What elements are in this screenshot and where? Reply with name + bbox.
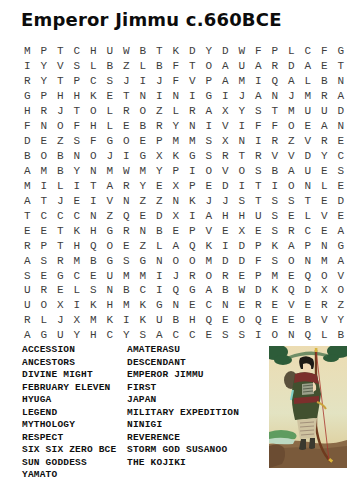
grid-cell-r8c3[interactable]: B — [52, 149, 69, 164]
grid-cell-r7c8[interactable]: E — [135, 134, 152, 149]
grid-cell-r1c19[interactable]: F — [316, 44, 333, 59]
grid-cell-r12c15[interactable]: U — [250, 208, 267, 223]
grid-cell-r13c13[interactable]: E — [217, 223, 234, 238]
grid-cell-r11c6[interactable]: V — [102, 193, 119, 208]
grid-cell-r9c19[interactable]: E — [316, 164, 333, 179]
grid-cell-r6c5[interactable]: H — [85, 119, 102, 134]
grid-cell-r12c17[interactable]: E — [283, 208, 300, 223]
grid-cell-r2c18[interactable]: A — [300, 59, 317, 74]
grid-cell-r4c14[interactable]: J — [234, 89, 251, 104]
grid-cell-r3c11[interactable]: V — [184, 74, 201, 89]
grid-cell-r5c12[interactable]: A — [201, 104, 218, 119]
grid-cell-r17c5[interactable]: S — [85, 283, 102, 298]
grid-cell-r4c19[interactable]: R — [316, 89, 333, 104]
grid-cell-r19c5[interactable]: M — [85, 313, 102, 328]
grid-cell-r4c1[interactable]: G — [19, 89, 36, 104]
grid-cell-r15c5[interactable]: B — [85, 253, 102, 268]
grid-cell-r14c17[interactable]: A — [283, 238, 300, 253]
grid-cell-r5c3[interactable]: J — [52, 104, 69, 119]
grid-cell-r20c16[interactable]: O — [267, 328, 284, 343]
grid-cell-r5c18[interactable]: U — [300, 104, 317, 119]
grid-cell-r18c19[interactable]: R — [316, 298, 333, 313]
grid-cell-r15c1[interactable]: A — [19, 253, 36, 268]
grid-cell-r7c6[interactable]: G — [102, 134, 119, 149]
grid-cell-r10c15[interactable]: T — [250, 178, 267, 193]
grid-cell-r3c1[interactable]: R — [19, 74, 36, 89]
grid-cell-r9c17[interactable]: A — [283, 164, 300, 179]
grid-cell-r14c15[interactable]: P — [250, 238, 267, 253]
grid-cell-r14c2[interactable]: P — [36, 238, 53, 253]
grid-cell-r3c6[interactable]: S — [102, 74, 119, 89]
grid-cell-r3c20[interactable]: N — [333, 74, 350, 89]
grid-cell-r20c9[interactable]: A — [151, 328, 168, 343]
grid-cell-r18c15[interactable]: R — [250, 298, 267, 313]
grid-cell-r11c5[interactable]: I — [85, 193, 102, 208]
grid-cell-r15c19[interactable]: M — [316, 253, 333, 268]
grid-cell-r5c16[interactable]: T — [267, 104, 284, 119]
grid-cell-r16c1[interactable]: S — [19, 268, 36, 283]
grid-cell-r8c17[interactable]: V — [283, 149, 300, 164]
grid-cell-r3c19[interactable]: B — [316, 74, 333, 89]
grid-cell-r4c13[interactable]: I — [217, 89, 234, 104]
grid-cell-r13c7[interactable]: R — [118, 223, 135, 238]
grid-cell-r13c15[interactable]: E — [250, 223, 267, 238]
grid-cell-r1c20[interactable]: G — [333, 44, 350, 59]
grid-cell-r4c5[interactable]: K — [85, 89, 102, 104]
grid-cell-r6c8[interactable]: B — [135, 119, 152, 134]
grid-cell-r9c16[interactable]: B — [267, 164, 284, 179]
grid-cell-r5c10[interactable]: L — [168, 104, 185, 119]
grid-cell-r3c12[interactable]: P — [201, 74, 218, 89]
grid-cell-r2c3[interactable]: V — [52, 59, 69, 74]
grid-cell-r14c18[interactable]: P — [300, 238, 317, 253]
grid-cell-r8c5[interactable]: O — [85, 149, 102, 164]
grid-cell-r3c5[interactable]: C — [85, 74, 102, 89]
grid-cell-r6c7[interactable]: E — [118, 119, 135, 134]
grid-cell-r13c10[interactable]: E — [168, 223, 185, 238]
grid-cell-r8c7[interactable]: I — [118, 149, 135, 164]
grid-cell-r5c8[interactable]: O — [135, 104, 152, 119]
grid-cell-r16c11[interactable]: R — [184, 268, 201, 283]
grid-cell-r12c13[interactable]: H — [217, 208, 234, 223]
grid-cell-r3c14[interactable]: M — [234, 74, 251, 89]
grid-cell-r2c5[interactable]: L — [85, 59, 102, 74]
grid-cell-r16c19[interactable]: O — [316, 268, 333, 283]
grid-cell-r13c5[interactable]: H — [85, 223, 102, 238]
grid-cell-r12c6[interactable]: Z — [102, 208, 119, 223]
grid-cell-r20c8[interactable]: S — [135, 328, 152, 343]
grid-cell-r19c1[interactable]: R — [19, 313, 36, 328]
grid-cell-r16c10[interactable]: J — [168, 268, 185, 283]
grid-cell-r19c15[interactable]: Q — [250, 313, 267, 328]
grid-cell-r11c2[interactable]: T — [36, 193, 53, 208]
grid-cell-r16c17[interactable]: E — [283, 268, 300, 283]
grid-cell-r11c12[interactable]: J — [201, 193, 218, 208]
grid-cell-r18c2[interactable]: O — [36, 298, 53, 313]
grid-cell-r16c6[interactable]: U — [102, 268, 119, 283]
grid-cell-r6c18[interactable]: E — [300, 119, 317, 134]
grid-cell-r17c8[interactable]: C — [135, 283, 152, 298]
grid-cell-r5c15[interactable]: S — [250, 104, 267, 119]
grid-cell-r6c1[interactable]: F — [19, 119, 36, 134]
grid-cell-r17c9[interactable]: I — [151, 283, 168, 298]
grid-cell-r17c3[interactable]: E — [52, 283, 69, 298]
grid-cell-r9c10[interactable]: P — [168, 164, 185, 179]
grid-cell-r3c8[interactable]: I — [135, 74, 152, 89]
grid-cell-r7c16[interactable]: R — [267, 134, 284, 149]
grid-cell-r9c7[interactable]: W — [118, 164, 135, 179]
grid-cell-r17c19[interactable]: X — [316, 283, 333, 298]
grid-cell-r20c14[interactable]: S — [234, 328, 251, 343]
grid-cell-r17c16[interactable]: K — [267, 283, 284, 298]
grid-cell-r8c12[interactable]: S — [201, 149, 218, 164]
grid-cell-r12c4[interactable]: C — [69, 208, 86, 223]
grid-cell-r1c7[interactable]: W — [118, 44, 135, 59]
grid-cell-r18c11[interactable]: E — [184, 298, 201, 313]
grid-cell-r16c14[interactable]: E — [234, 268, 251, 283]
grid-cell-r12c16[interactable]: S — [267, 208, 284, 223]
grid-cell-r16c12[interactable]: O — [201, 268, 218, 283]
grid-cell-r6c13[interactable]: V — [217, 119, 234, 134]
grid-cell-r19c8[interactable]: K — [135, 313, 152, 328]
grid-cell-r4c6[interactable]: E — [102, 89, 119, 104]
grid-cell-r17c15[interactable]: D — [250, 283, 267, 298]
grid-cell-r19c9[interactable]: U — [151, 313, 168, 328]
grid-cell-r5c13[interactable]: X — [217, 104, 234, 119]
grid-cell-r8c16[interactable]: V — [267, 149, 284, 164]
grid-cell-r15c17[interactable]: O — [283, 253, 300, 268]
grid-cell-r17c17[interactable]: Q — [283, 283, 300, 298]
grid-cell-r7c20[interactable]: E — [333, 134, 350, 149]
grid-cell-r6c11[interactable]: N — [184, 119, 201, 134]
grid-cell-r6c4[interactable]: F — [69, 119, 86, 134]
grid-cell-r10c1[interactable]: M — [19, 178, 36, 193]
grid-cell-r5c11[interactable]: R — [184, 104, 201, 119]
grid-cell-r14c19[interactable]: N — [316, 238, 333, 253]
grid-cell-r16c7[interactable]: M — [118, 268, 135, 283]
grid-cell-r8c6[interactable]: J — [102, 149, 119, 164]
grid-cell-r9c13[interactable]: V — [217, 164, 234, 179]
grid-cell-r2c14[interactable]: U — [234, 59, 251, 74]
grid-cell-r9c2[interactable]: M — [36, 164, 53, 179]
grid-cell-r20c18[interactable]: Q — [300, 328, 317, 343]
grid-cell-r18c5[interactable]: K — [85, 298, 102, 313]
grid-cell-r1c17[interactable]: L — [283, 44, 300, 59]
grid-cell-r15c10[interactable]: O — [168, 253, 185, 268]
grid-cell-r12c3[interactable]: C — [52, 208, 69, 223]
grid-cell-r19c16[interactable]: E — [267, 313, 284, 328]
grid-cell-r17c10[interactable]: Q — [168, 283, 185, 298]
grid-cell-r15c6[interactable]: G — [102, 253, 119, 268]
grid-cell-r14c4[interactable]: H — [69, 238, 86, 253]
grid-cell-r11c7[interactable]: N — [118, 193, 135, 208]
grid-cell-r2c7[interactable]: Z — [118, 59, 135, 74]
grid-cell-r12c20[interactable]: E — [333, 208, 350, 223]
grid-cell-r20c13[interactable]: S — [217, 328, 234, 343]
grid-cell-r3c2[interactable]: Y — [36, 74, 53, 89]
grid-cell-r13c3[interactable]: T — [52, 223, 69, 238]
grid-cell-r13c17[interactable]: R — [283, 223, 300, 238]
grid-cell-r13c14[interactable]: X — [234, 223, 251, 238]
grid-cell-r16c3[interactable]: G — [52, 268, 69, 283]
grid-cell-r12c2[interactable]: C — [36, 208, 53, 223]
grid-cell-r15c11[interactable]: O — [184, 253, 201, 268]
grid-cell-r16c16[interactable]: M — [267, 268, 284, 283]
grid-cell-r9c20[interactable]: S — [333, 164, 350, 179]
grid-cell-r11c13[interactable]: J — [217, 193, 234, 208]
grid-cell-r9c12[interactable]: O — [201, 164, 218, 179]
grid-cell-r9c14[interactable]: O — [234, 164, 251, 179]
grid-cell-r13c4[interactable]: K — [69, 223, 86, 238]
grid-cell-r14c9[interactable]: L — [151, 238, 168, 253]
grid-cell-r3c18[interactable]: L — [300, 74, 317, 89]
grid-cell-r16c5[interactable]: E — [85, 268, 102, 283]
grid-cell-r5c4[interactable]: T — [69, 104, 86, 119]
grid-cell-r19c14[interactable]: O — [234, 313, 251, 328]
grid-cell-r8c2[interactable]: O — [36, 149, 53, 164]
grid-cell-r1c16[interactable]: P — [267, 44, 284, 59]
grid-cell-r16c20[interactable]: V — [333, 268, 350, 283]
grid-cell-r3c7[interactable]: J — [118, 74, 135, 89]
grid-cell-r5c20[interactable]: D — [333, 104, 350, 119]
grid-cell-r1c9[interactable]: T — [151, 44, 168, 59]
grid-cell-r6c14[interactable]: I — [234, 119, 251, 134]
grid-cell-r9c6[interactable]: M — [102, 164, 119, 179]
grid-cell-r19c12[interactable]: Q — [201, 313, 218, 328]
grid-cell-r20c7[interactable]: Y — [118, 328, 135, 343]
grid-cell-r6c15[interactable]: F — [250, 119, 267, 134]
grid-cell-r11c16[interactable]: S — [267, 193, 284, 208]
grid-cell-r8c14[interactable]: T — [234, 149, 251, 164]
grid-cell-r2c6[interactable]: B — [102, 59, 119, 74]
grid-cell-r4c3[interactable]: H — [52, 89, 69, 104]
grid-cell-r12c11[interactable]: I — [184, 208, 201, 223]
grid-cell-r15c8[interactable]: G — [135, 253, 152, 268]
grid-cell-r6c3[interactable]: O — [52, 119, 69, 134]
grid-cell-r7c3[interactable]: Z — [52, 134, 69, 149]
grid-cell-r15c7[interactable]: S — [118, 253, 135, 268]
grid-cell-r10c19[interactable]: L — [316, 178, 333, 193]
grid-cell-r10c14[interactable]: I — [234, 178, 251, 193]
grid-cell-r13c11[interactable]: P — [184, 223, 201, 238]
grid-cell-r3c17[interactable]: A — [283, 74, 300, 89]
grid-cell-r1c14[interactable]: W — [234, 44, 251, 59]
grid-cell-r11c4[interactable]: E — [69, 193, 86, 208]
grid-cell-r12c1[interactable]: T — [19, 208, 36, 223]
grid-cell-r10c20[interactable]: E — [333, 178, 350, 193]
grid-cell-r11c10[interactable]: N — [168, 193, 185, 208]
grid-cell-r3c10[interactable]: F — [168, 74, 185, 89]
grid-cell-r18c12[interactable]: C — [201, 298, 218, 313]
grid-cell-r12c14[interactable]: H — [234, 208, 251, 223]
grid-cell-r3c13[interactable]: A — [217, 74, 234, 89]
grid-cell-r11c9[interactable]: Z — [151, 193, 168, 208]
grid-cell-r15c9[interactable]: N — [151, 253, 168, 268]
grid-cell-r7c17[interactable]: Z — [283, 134, 300, 149]
grid-cell-r16c2[interactable]: E — [36, 268, 53, 283]
grid-cell-r12c5[interactable]: N — [85, 208, 102, 223]
grid-cell-r20c10[interactable]: C — [168, 328, 185, 343]
grid-cell-r1c13[interactable]: D — [217, 44, 234, 59]
grid-cell-r4c4[interactable]: H — [69, 89, 86, 104]
grid-cell-r6c6[interactable]: L — [102, 119, 119, 134]
grid-cell-r15c15[interactable]: F — [250, 253, 267, 268]
grid-cell-r11c19[interactable]: E — [316, 193, 333, 208]
grid-cell-r4c7[interactable]: T — [118, 89, 135, 104]
grid-cell-r16c15[interactable]: P — [250, 268, 267, 283]
grid-cell-r2c8[interactable]: L — [135, 59, 152, 74]
grid-cell-r7c5[interactable]: F — [85, 134, 102, 149]
grid-cell-r7c2[interactable]: E — [36, 134, 53, 149]
grid-cell-r17c7[interactable]: B — [118, 283, 135, 298]
grid-cell-r2c11[interactable]: T — [184, 59, 201, 74]
grid-cell-r20c11[interactable]: C — [184, 328, 201, 343]
grid-cell-r18c20[interactable]: Z — [333, 298, 350, 313]
grid-cell-r6c19[interactable]: A — [316, 119, 333, 134]
grid-cell-r18c9[interactable]: G — [151, 298, 168, 313]
grid-cell-r13c2[interactable]: E — [36, 223, 53, 238]
grid-cell-r19c13[interactable]: E — [217, 313, 234, 328]
grid-cell-r16c8[interactable]: M — [135, 268, 152, 283]
grid-cell-r6c2[interactable]: N — [36, 119, 53, 134]
grid-cell-r19c10[interactable]: B — [168, 313, 185, 328]
grid-cell-r9c11[interactable]: I — [184, 164, 201, 179]
grid-cell-r7c7[interactable]: O — [118, 134, 135, 149]
grid-cell-r4c20[interactable]: A — [333, 89, 350, 104]
grid-cell-r12c10[interactable]: X — [168, 208, 185, 223]
grid-cell-r19c3[interactable]: J — [52, 313, 69, 328]
grid-cell-r1c5[interactable]: H — [85, 44, 102, 59]
grid-cell-r15c18[interactable]: N — [300, 253, 317, 268]
grid-cell-r2c12[interactable]: O — [201, 59, 218, 74]
grid-cell-r15c14[interactable]: D — [234, 253, 251, 268]
grid-cell-r4c17[interactable]: J — [283, 89, 300, 104]
grid-cell-r5c7[interactable]: R — [118, 104, 135, 119]
grid-cell-r3c4[interactable]: P — [69, 74, 86, 89]
grid-cell-r19c17[interactable]: E — [283, 313, 300, 328]
grid-cell-r17c14[interactable]: W — [234, 283, 251, 298]
grid-cell-r8c10[interactable]: K — [168, 149, 185, 164]
grid-cell-r15c13[interactable]: D — [217, 253, 234, 268]
grid-cell-r6c10[interactable]: Y — [168, 119, 185, 134]
grid-cell-r14c7[interactable]: E — [118, 238, 135, 253]
grid-cell-r10c17[interactable]: O — [283, 178, 300, 193]
grid-cell-r17c4[interactable]: L — [69, 283, 86, 298]
grid-cell-r4c9[interactable]: I — [151, 89, 168, 104]
grid-cell-r2c20[interactable]: T — [333, 59, 350, 74]
grid-cell-r14c1[interactable]: R — [19, 238, 36, 253]
grid-cell-r11c11[interactable]: K — [184, 193, 201, 208]
grid-cell-r15c20[interactable]: A — [333, 253, 350, 268]
grid-cell-r10c3[interactable]: L — [52, 178, 69, 193]
grid-cell-r20c12[interactable]: E — [201, 328, 218, 343]
grid-cell-r20c6[interactable]: C — [102, 328, 119, 343]
grid-cell-r17c6[interactable]: N — [102, 283, 119, 298]
grid-cell-r10c10[interactable]: X — [168, 178, 185, 193]
grid-cell-r6c12[interactable]: I — [201, 119, 218, 134]
grid-cell-r10c18[interactable]: N — [300, 178, 317, 193]
grid-cell-r14c6[interactable]: O — [102, 238, 119, 253]
grid-cell-r16c13[interactable]: R — [217, 268, 234, 283]
grid-cell-r1c3[interactable]: T — [52, 44, 69, 59]
grid-cell-r7c19[interactable]: R — [316, 134, 333, 149]
grid-cell-r11c8[interactable]: Z — [135, 193, 152, 208]
grid-cell-r4c18[interactable]: M — [300, 89, 317, 104]
grid-cell-r19c18[interactable]: B — [300, 313, 317, 328]
grid-cell-r20c1[interactable]: A — [19, 328, 36, 343]
grid-cell-r3c9[interactable]: J — [151, 74, 168, 89]
grid-cell-r9c15[interactable]: S — [250, 164, 267, 179]
grid-cell-r10c7[interactable]: R — [118, 178, 135, 193]
grid-cell-r10c5[interactable]: T — [85, 178, 102, 193]
grid-cell-r13c9[interactable]: B — [151, 223, 168, 238]
grid-cell-r12c7[interactable]: Q — [118, 208, 135, 223]
grid-cell-r10c16[interactable]: I — [267, 178, 284, 193]
grid-cell-r5c2[interactable]: R — [36, 104, 53, 119]
grid-cell-r1c11[interactable]: D — [184, 44, 201, 59]
grid-cell-r13c8[interactable]: N — [135, 223, 152, 238]
grid-cell-r17c11[interactable]: G — [184, 283, 201, 298]
grid-cell-r7c12[interactable]: S — [201, 134, 218, 149]
grid-cell-r2c16[interactable]: R — [267, 59, 284, 74]
grid-cell-r7c15[interactable]: I — [250, 134, 267, 149]
grid-cell-r19c4[interactable]: X — [69, 313, 86, 328]
grid-cell-r13c12[interactable]: V — [201, 223, 218, 238]
grid-cell-r6c9[interactable]: R — [151, 119, 168, 134]
grid-cell-r14c5[interactable]: Q — [85, 238, 102, 253]
grid-cell-r3c16[interactable]: Q — [267, 74, 284, 89]
grid-cell-r1c10[interactable]: K — [168, 44, 185, 59]
grid-cell-r20c3[interactable]: U — [52, 328, 69, 343]
grid-cell-r12c19[interactable]: V — [316, 208, 333, 223]
grid-cell-r4c11[interactable]: I — [184, 89, 201, 104]
grid-cell-r7c9[interactable]: P — [151, 134, 168, 149]
grid-cell-r13c18[interactable]: C — [300, 223, 317, 238]
grid-cell-r15c2[interactable]: S — [36, 253, 53, 268]
grid-cell-r3c3[interactable]: T — [52, 74, 69, 89]
grid-cell-r18c14[interactable]: E — [234, 298, 251, 313]
grid-cell-r17c1[interactable]: U — [19, 283, 36, 298]
grid-cell-r11c3[interactable]: J — [52, 193, 69, 208]
grid-cell-r11c20[interactable]: D — [333, 193, 350, 208]
grid-cell-r10c12[interactable]: E — [201, 178, 218, 193]
grid-cell-r19c19[interactable]: V — [316, 313, 333, 328]
grid-cell-r18c16[interactable]: E — [267, 298, 284, 313]
grid-cell-r10c11[interactable]: P — [184, 178, 201, 193]
grid-cell-r2c1[interactable]: I — [19, 59, 36, 74]
grid-cell-r7c1[interactable]: D — [19, 134, 36, 149]
grid-cell-r5c5[interactable]: O — [85, 104, 102, 119]
grid-cell-r2c15[interactable]: A — [250, 59, 267, 74]
grid-cell-r1c4[interactable]: C — [69, 44, 86, 59]
grid-cell-r6c17[interactable]: O — [283, 119, 300, 134]
grid-cell-r7c18[interactable]: V — [300, 134, 317, 149]
grid-cell-r18c10[interactable]: N — [168, 298, 185, 313]
grid-cell-r13c1[interactable]: E — [19, 223, 36, 238]
grid-cell-r19c2[interactable]: L — [36, 313, 53, 328]
grid-cell-r2c4[interactable]: S — [69, 59, 86, 74]
grid-cell-r8c11[interactable]: G — [184, 149, 201, 164]
grid-cell-r18c7[interactable]: M — [118, 298, 135, 313]
grid-cell-r1c2[interactable]: P — [36, 44, 53, 59]
grid-cell-r4c16[interactable]: N — [267, 89, 284, 104]
grid-cell-r8c20[interactable]: C — [333, 149, 350, 164]
grid-cell-r13c20[interactable]: A — [333, 223, 350, 238]
grid-cell-r1c18[interactable]: C — [300, 44, 317, 59]
grid-cell-r18c1[interactable]: U — [19, 298, 36, 313]
grid-cell-r9c5[interactable]: N — [85, 164, 102, 179]
grid-cell-r2c17[interactable]: D — [283, 59, 300, 74]
